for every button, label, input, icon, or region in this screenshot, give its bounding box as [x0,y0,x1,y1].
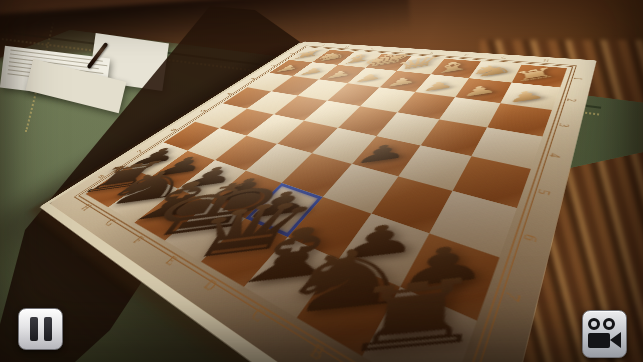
video-camera-icon [588,318,622,350]
chess-board-wrapper: ♜♞♝♚♛♝♞♜♟♟♟♟♟♟♟♟♟♟♟♟♟♟♟♟♜♞♝♚♛♝♞♜HHGGFFEE… [101,0,575,362]
camera-button[interactable] [582,310,627,358]
pause-icon [30,317,52,341]
file-label-near-D: D [184,267,239,307]
pause-button[interactable] [18,308,63,350]
file-label-near-G: G [92,211,129,236]
game-scene: ♜♞♝♚♛♝♞♜♟♟♟♟♟♟♟♟♟♟♟♟♟♟♟♟♜♞♝♚♛♝♞♜HHGGFFEE… [0,0,643,362]
